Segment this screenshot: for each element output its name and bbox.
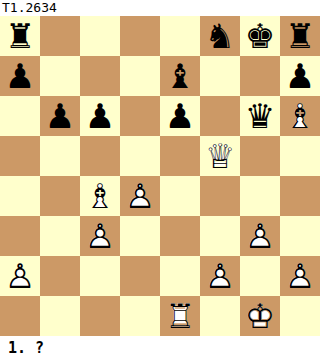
white-king-piece-fill: ♚ [240,296,280,336]
black-queen-piece: ♛ [240,96,280,136]
square-e8[interactable] [160,16,200,56]
square-f5[interactable]: ♛♕ [200,136,240,176]
square-a4[interactable] [0,176,40,216]
square-b4[interactable] [40,176,80,216]
white-pawn-piece: ♙ [80,216,120,256]
square-e6[interactable]: ♟ [160,96,200,136]
square-d5[interactable] [120,136,160,176]
square-g8[interactable]: ♚ [240,16,280,56]
square-d2[interactable] [120,256,160,296]
puzzle-title: T1.2634 [0,0,320,16]
square-c3[interactable]: ♟♙ [80,216,120,256]
square-d1[interactable] [120,296,160,336]
black-pawn-piece: ♟ [40,96,80,136]
square-d8[interactable] [120,16,160,56]
square-f6[interactable] [200,96,240,136]
black-rook-piece: ♜ [280,16,320,56]
square-a5[interactable] [0,136,40,176]
square-f1[interactable] [200,296,240,336]
square-g7[interactable] [240,56,280,96]
square-a3[interactable] [0,216,40,256]
square-b8[interactable] [40,16,80,56]
white-pawn-piece: ♙ [240,216,280,256]
square-c8[interactable] [80,16,120,56]
move-prompt: 1. ? [0,336,320,360]
square-e3[interactable] [160,216,200,256]
square-a1[interactable] [0,296,40,336]
square-c5[interactable] [80,136,120,176]
square-h6[interactable]: ♝♗ [280,96,320,136]
square-e5[interactable] [160,136,200,176]
white-queen-piece: ♕ [200,136,240,176]
square-a7[interactable]: ♟ [0,56,40,96]
square-h8[interactable]: ♜ [280,16,320,56]
black-pawn-piece: ♟ [0,56,40,96]
white-pawn-piece-fill: ♟ [0,256,40,296]
white-king-piece: ♔ [240,296,280,336]
black-pawn-piece: ♟ [160,96,200,136]
square-b3[interactable] [40,216,80,256]
white-pawn-piece: ♙ [120,176,160,216]
white-pawn-piece-fill: ♟ [240,216,280,256]
square-e2[interactable] [160,256,200,296]
square-c7[interactable] [80,56,120,96]
black-pawn-piece: ♟ [80,96,120,136]
square-g5[interactable] [240,136,280,176]
black-pawn-piece: ♟ [280,56,320,96]
square-h2[interactable]: ♟♙ [280,256,320,296]
black-bishop-piece: ♝ [160,56,200,96]
square-g6[interactable]: ♛ [240,96,280,136]
square-h5[interactable] [280,136,320,176]
white-rook-piece-fill: ♜ [160,296,200,336]
square-e7[interactable]: ♝ [160,56,200,96]
square-a8[interactable]: ♜ [0,16,40,56]
square-c4[interactable]: ♝♗ [80,176,120,216]
square-f2[interactable]: ♟♙ [200,256,240,296]
square-d4[interactable]: ♟♙ [120,176,160,216]
square-b7[interactable] [40,56,80,96]
square-a6[interactable] [0,96,40,136]
square-g4[interactable] [240,176,280,216]
square-h4[interactable] [280,176,320,216]
square-d3[interactable] [120,216,160,256]
white-pawn-piece-fill: ♟ [280,256,320,296]
square-b6[interactable]: ♟ [40,96,80,136]
square-d6[interactable] [120,96,160,136]
square-g3[interactable]: ♟♙ [240,216,280,256]
square-b5[interactable] [40,136,80,176]
white-pawn-piece-fill: ♟ [200,256,240,296]
square-b1[interactable] [40,296,80,336]
square-e1[interactable]: ♜♖ [160,296,200,336]
black-knight-piece: ♞ [200,16,240,56]
square-h3[interactable] [280,216,320,256]
square-f4[interactable] [200,176,240,216]
square-g1[interactable]: ♚♔ [240,296,280,336]
white-pawn-piece: ♙ [0,256,40,296]
square-e4[interactable] [160,176,200,216]
white-bishop-piece-fill: ♝ [80,176,120,216]
square-d7[interactable] [120,56,160,96]
square-f7[interactable] [200,56,240,96]
white-pawn-piece: ♙ [200,256,240,296]
white-pawn-piece-fill: ♟ [120,176,160,216]
square-g2[interactable] [240,256,280,296]
square-f8[interactable]: ♞ [200,16,240,56]
square-h7[interactable]: ♟ [280,56,320,96]
square-h1[interactable] [280,296,320,336]
square-c2[interactable] [80,256,120,296]
chess-board: ♜♞♚♜♟♝♟♟♟♟♛♝♗♛♕♝♗♟♙♟♙♟♙♟♙♟♙♟♙♜♖♚♔ [0,16,320,336]
white-bishop-piece: ♗ [80,176,120,216]
white-bishop-piece-fill: ♝ [280,96,320,136]
square-c6[interactable]: ♟ [80,96,120,136]
white-queen-piece-fill: ♛ [200,136,240,176]
square-b2[interactable] [40,256,80,296]
black-king-piece: ♚ [240,16,280,56]
square-a2[interactable]: ♟♙ [0,256,40,296]
white-pawn-piece-fill: ♟ [80,216,120,256]
white-rook-piece: ♖ [160,296,200,336]
square-c1[interactable] [80,296,120,336]
square-f3[interactable] [200,216,240,256]
white-bishop-piece: ♗ [280,96,320,136]
white-pawn-piece: ♙ [280,256,320,296]
black-rook-piece: ♜ [0,16,40,56]
